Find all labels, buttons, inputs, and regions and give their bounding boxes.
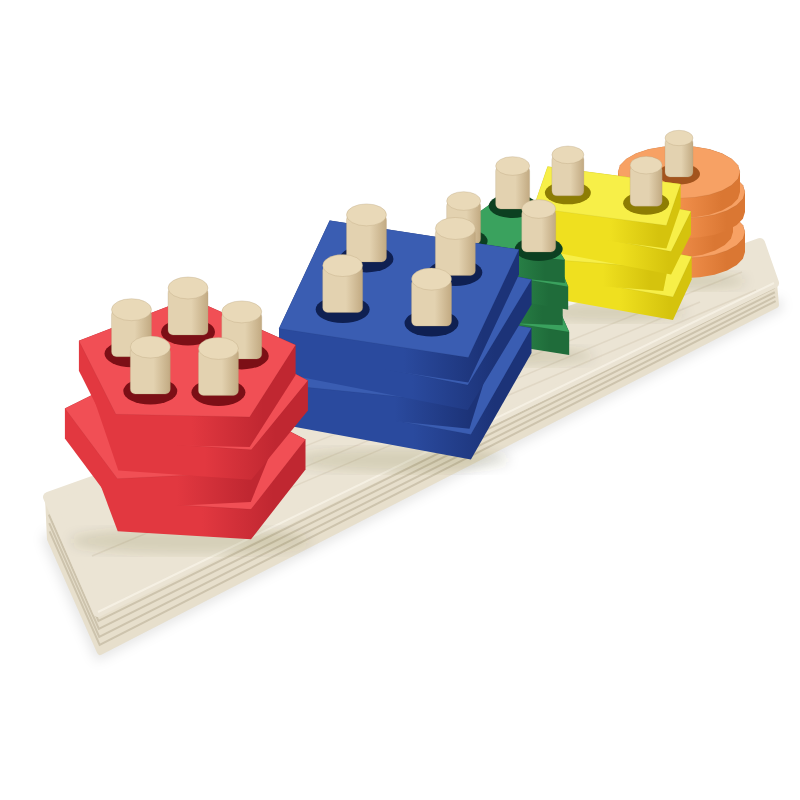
- wooden-peg-top: [412, 268, 452, 290]
- wooden-peg-top: [447, 192, 481, 211]
- wooden-peg-top: [130, 336, 170, 358]
- blue-square-stack-shadow: [294, 448, 510, 472]
- wooden-peg-top: [552, 146, 584, 164]
- wooden-peg-top: [522, 200, 556, 219]
- toy-product-photo: [0, 0, 800, 800]
- wooden-peg-top: [630, 156, 662, 174]
- wooden-peg-top: [111, 299, 151, 321]
- wooden-peg-top: [665, 130, 693, 145]
- wooden-peg-top: [346, 204, 386, 226]
- wooden-peg-top: [222, 301, 262, 323]
- wooden-peg-top: [435, 217, 475, 239]
- wooden-peg-top: [168, 277, 208, 299]
- wooden-peg-top: [496, 157, 530, 176]
- wooden-peg-top: [198, 337, 238, 359]
- wooden-peg-top: [323, 255, 363, 277]
- toy-scene: [0, 0, 800, 800]
